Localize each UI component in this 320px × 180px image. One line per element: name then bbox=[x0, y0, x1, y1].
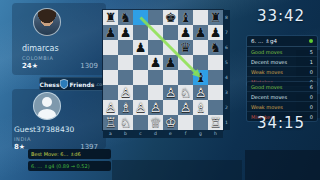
square-e1[interactable]: ♔ bbox=[163, 115, 178, 130]
bottom-player-name: Guest37388430 bbox=[14, 125, 74, 134]
piece-black-rook: ♜ bbox=[103, 10, 118, 25]
piece-black-pawn: ♟ bbox=[148, 55, 163, 70]
good-move-dot-icon bbox=[309, 39, 313, 43]
square-c3[interactable] bbox=[133, 85, 148, 100]
rank-label-2: 2 bbox=[223, 100, 230, 115]
square-h8[interactable]: ♜ bbox=[208, 10, 223, 25]
square-c2[interactable]: ♙ bbox=[133, 100, 148, 115]
stat-row-good-moves: Good moves6 bbox=[247, 82, 317, 91]
file-label-g: g bbox=[193, 130, 208, 138]
square-h3[interactable] bbox=[208, 85, 223, 100]
square-b2[interactable]: ♗ bbox=[118, 100, 133, 115]
square-a3[interactable] bbox=[103, 85, 118, 100]
top-player-rating: 1309 bbox=[80, 62, 98, 70]
piece-white-rook: ♖ bbox=[103, 115, 118, 130]
top-player-stars: 24★ bbox=[22, 62, 38, 70]
stats-panel-header: 6. ... ♗g4 bbox=[247, 36, 317, 47]
stat-label: Good moves bbox=[251, 49, 282, 55]
top-player-name: dimarcas bbox=[22, 44, 59, 53]
square-b3[interactable]: ♙ bbox=[118, 85, 133, 100]
square-h1[interactable]: ♖ bbox=[208, 115, 223, 130]
stat-value: 0 bbox=[310, 104, 313, 110]
square-h2[interactable] bbox=[208, 100, 223, 115]
guest-avatar-head bbox=[42, 97, 52, 107]
bottom-player-clock: 34:15 bbox=[246, 114, 316, 132]
square-d8[interactable] bbox=[148, 10, 163, 25]
square-a2[interactable]: ♙ bbox=[103, 100, 118, 115]
piece-white-pawn: ♙ bbox=[118, 85, 133, 100]
piece-black-rook: ♜ bbox=[208, 10, 223, 25]
piece-black-pawn: ♟ bbox=[193, 25, 208, 40]
square-c8[interactable] bbox=[133, 10, 148, 25]
piece-black-queen: ♛ bbox=[178, 40, 193, 55]
square-e4[interactable] bbox=[163, 70, 178, 85]
square-b7[interactable]: ♟ bbox=[118, 25, 133, 40]
stat-label: Weak moves bbox=[251, 104, 283, 110]
piece-black-bishop: ♝ bbox=[178, 10, 193, 25]
bottom-player-avatar bbox=[33, 92, 61, 120]
square-d6[interactable] bbox=[148, 40, 163, 55]
square-d3[interactable] bbox=[148, 85, 163, 100]
square-e2[interactable] bbox=[163, 100, 178, 115]
piece-black-pawn: ♟ bbox=[133, 40, 148, 55]
square-a4[interactable] bbox=[103, 70, 118, 85]
square-a5[interactable] bbox=[103, 55, 118, 70]
chessfriends-logo: Chess Friends .com bbox=[39, 77, 107, 91]
square-h5[interactable] bbox=[208, 55, 223, 70]
piece-black-pawn: ♟ bbox=[178, 25, 193, 40]
square-h7[interactable]: ♟ bbox=[208, 25, 223, 40]
top-player-avatar bbox=[33, 8, 61, 36]
square-f8[interactable]: ♝ bbox=[178, 10, 193, 25]
file-label-h: h bbox=[208, 130, 223, 138]
square-g7[interactable]: ♟ bbox=[193, 25, 208, 40]
stat-value: 5 bbox=[310, 49, 313, 55]
stat-value: 0 bbox=[310, 69, 313, 75]
piece-white-queen: ♕ bbox=[148, 115, 163, 130]
last-move-text: 6. ... ♗g4 bbox=[251, 38, 277, 44]
square-c6[interactable]: ♟ bbox=[133, 40, 148, 55]
top-player-stats-row: 24★ 1309 bbox=[22, 62, 98, 70]
square-f1[interactable] bbox=[178, 115, 193, 130]
square-d4[interactable] bbox=[148, 70, 163, 85]
piece-white-bishop: ♗ bbox=[118, 100, 133, 115]
piece-white-king: ♔ bbox=[163, 115, 178, 130]
stat-row-weak-moves: Weak moves0 bbox=[247, 66, 317, 76]
square-b5[interactable] bbox=[118, 55, 133, 70]
piece-white-pawn: ♙ bbox=[163, 85, 178, 100]
rank-label-1: 1 bbox=[223, 115, 230, 130]
played-move-box: 6. ... ♗g4 (0.89 → 0.52) bbox=[28, 161, 111, 171]
chess-board[interactable]: ♜♞♚♝♜♟♟♟♟♟♟♛♞♟♟♝♙♙♘♙♙♗♙♙♙♗♖♘♕♔♖ bbox=[103, 10, 223, 130]
piece-white-pawn: ♙ bbox=[178, 100, 193, 115]
square-d5[interactable]: ♟ bbox=[148, 55, 163, 70]
square-a7[interactable]: ♟ bbox=[103, 25, 118, 40]
piece-white-rook: ♖ bbox=[208, 115, 223, 130]
square-c4[interactable] bbox=[133, 70, 148, 85]
square-g3[interactable]: ♙ bbox=[193, 85, 208, 100]
square-e7[interactable] bbox=[163, 25, 178, 40]
square-f4[interactable] bbox=[178, 70, 193, 85]
square-h4[interactable] bbox=[208, 70, 223, 85]
best-move-label: Best Move: 6... ♗d6 bbox=[31, 151, 81, 157]
file-label-a: a bbox=[103, 130, 118, 138]
square-f6[interactable]: ♛ bbox=[178, 40, 193, 55]
square-g1[interactable] bbox=[193, 115, 208, 130]
piece-white-pawn: ♙ bbox=[103, 100, 118, 115]
square-e5[interactable]: ♟ bbox=[163, 55, 178, 70]
square-g4[interactable]: ♝ bbox=[193, 70, 208, 85]
piece-white-pawn: ♙ bbox=[133, 100, 148, 115]
rank-label-7: 7 bbox=[223, 25, 230, 40]
background-bar bbox=[245, 150, 320, 180]
stat-row-decent-moves: Decent moves0 bbox=[247, 91, 317, 101]
rank-label-8: 8 bbox=[223, 10, 230, 25]
file-label-e: e bbox=[163, 130, 178, 138]
rank-coordinates: 87654321 bbox=[223, 10, 230, 130]
square-d1[interactable]: ♕ bbox=[148, 115, 163, 130]
stat-label: Decent moves bbox=[251, 94, 287, 100]
piece-black-king: ♚ bbox=[163, 10, 178, 25]
stat-label: Weak moves bbox=[251, 69, 283, 75]
file-label-f: f bbox=[178, 130, 193, 138]
piece-black-pawn: ♟ bbox=[118, 25, 133, 40]
stat-label: Good moves bbox=[251, 84, 282, 90]
best-move-box: Best Move: 6... ♗d6 bbox=[28, 149, 111, 159]
square-h6[interactable]: ♞ bbox=[208, 40, 223, 55]
square-f2[interactable]: ♙ bbox=[178, 100, 193, 115]
game-screen: dimarcas COLOMBIA 24★ 1309 Chess Friends… bbox=[0, 0, 320, 180]
file-label-b: b bbox=[118, 130, 133, 138]
guest-avatar-body bbox=[38, 109, 56, 120]
piece-black-knight: ♞ bbox=[208, 40, 223, 55]
rank-label-5: 5 bbox=[223, 55, 230, 70]
stat-label: Decent moves bbox=[251, 59, 287, 65]
stat-value: 0 bbox=[310, 94, 313, 100]
square-c7[interactable] bbox=[133, 25, 148, 40]
square-g6[interactable] bbox=[193, 40, 208, 55]
square-d7[interactable] bbox=[148, 25, 163, 40]
logo-text-friends: Friends bbox=[69, 81, 94, 88]
square-d2[interactable]: ♙ bbox=[148, 100, 163, 115]
piece-black-bishop: ♝ bbox=[193, 70, 208, 85]
file-label-c: c bbox=[133, 130, 148, 138]
square-e8[interactable]: ♚ bbox=[163, 10, 178, 25]
shield-icon bbox=[60, 79, 68, 89]
piece-white-pawn: ♙ bbox=[148, 100, 163, 115]
piece-white-pawn: ♙ bbox=[193, 85, 208, 100]
rank-label-4: 4 bbox=[223, 70, 230, 85]
file-coordinates: abcdefgh bbox=[103, 130, 223, 138]
square-a6[interactable] bbox=[103, 40, 118, 55]
move-stats-panel-top: 6. ... ♗g4 Good moves5Decent moves1Weak … bbox=[247, 36, 317, 86]
played-move-label: 6. ... ♗g4 (0.89 → 0.52) bbox=[31, 163, 90, 169]
file-label-d: d bbox=[148, 130, 163, 138]
square-f5[interactable] bbox=[178, 55, 193, 70]
piece-white-knight: ♘ bbox=[118, 115, 133, 130]
rank-label-3: 3 bbox=[223, 85, 230, 100]
background-bar bbox=[112, 160, 242, 180]
square-b1[interactable]: ♘ bbox=[118, 115, 133, 130]
bottom-player-stars: 8★ bbox=[14, 143, 25, 151]
bottom-player-country: INDIA bbox=[14, 136, 31, 142]
square-g2[interactable]: ♗ bbox=[193, 100, 208, 115]
square-c1[interactable] bbox=[133, 115, 148, 130]
piece-black-pawn: ♟ bbox=[103, 25, 118, 40]
top-player-clock: 33:42 bbox=[246, 7, 316, 25]
top-player-country: COLOMBIA bbox=[22, 55, 53, 61]
stat-value: 6 bbox=[310, 84, 313, 90]
square-a8[interactable]: ♜ bbox=[103, 10, 118, 25]
piece-black-pawn: ♟ bbox=[208, 25, 223, 40]
square-g5[interactable] bbox=[193, 55, 208, 70]
square-f3[interactable]: ♘ bbox=[178, 85, 193, 100]
logo-text-chess: Chess bbox=[40, 81, 60, 88]
square-e6[interactable] bbox=[163, 40, 178, 55]
stat-row-good-moves: Good moves5 bbox=[247, 47, 317, 56]
square-e3[interactable]: ♙ bbox=[163, 85, 178, 100]
square-b8[interactable]: ♞ bbox=[118, 10, 133, 25]
piece-black-pawn: ♟ bbox=[163, 55, 178, 70]
square-a1[interactable]: ♖ bbox=[103, 115, 118, 130]
square-c5[interactable] bbox=[133, 55, 148, 70]
square-g8[interactable] bbox=[193, 10, 208, 25]
piece-black-knight: ♞ bbox=[118, 10, 133, 25]
piece-white-bishop: ♗ bbox=[193, 100, 208, 115]
rank-label-6: 6 bbox=[223, 40, 230, 55]
square-f7[interactable]: ♟ bbox=[178, 25, 193, 40]
square-b4[interactable] bbox=[118, 70, 133, 85]
square-b6[interactable] bbox=[118, 40, 133, 55]
stat-value: 1 bbox=[310, 59, 313, 65]
stat-row-weak-moves: Weak moves0 bbox=[247, 101, 317, 111]
stats-rows: Good moves5Decent moves1Weak moves0Mista… bbox=[247, 47, 317, 86]
stat-row-decent-moves: Decent moves1 bbox=[247, 56, 317, 66]
piece-white-knight: ♘ bbox=[178, 85, 193, 100]
